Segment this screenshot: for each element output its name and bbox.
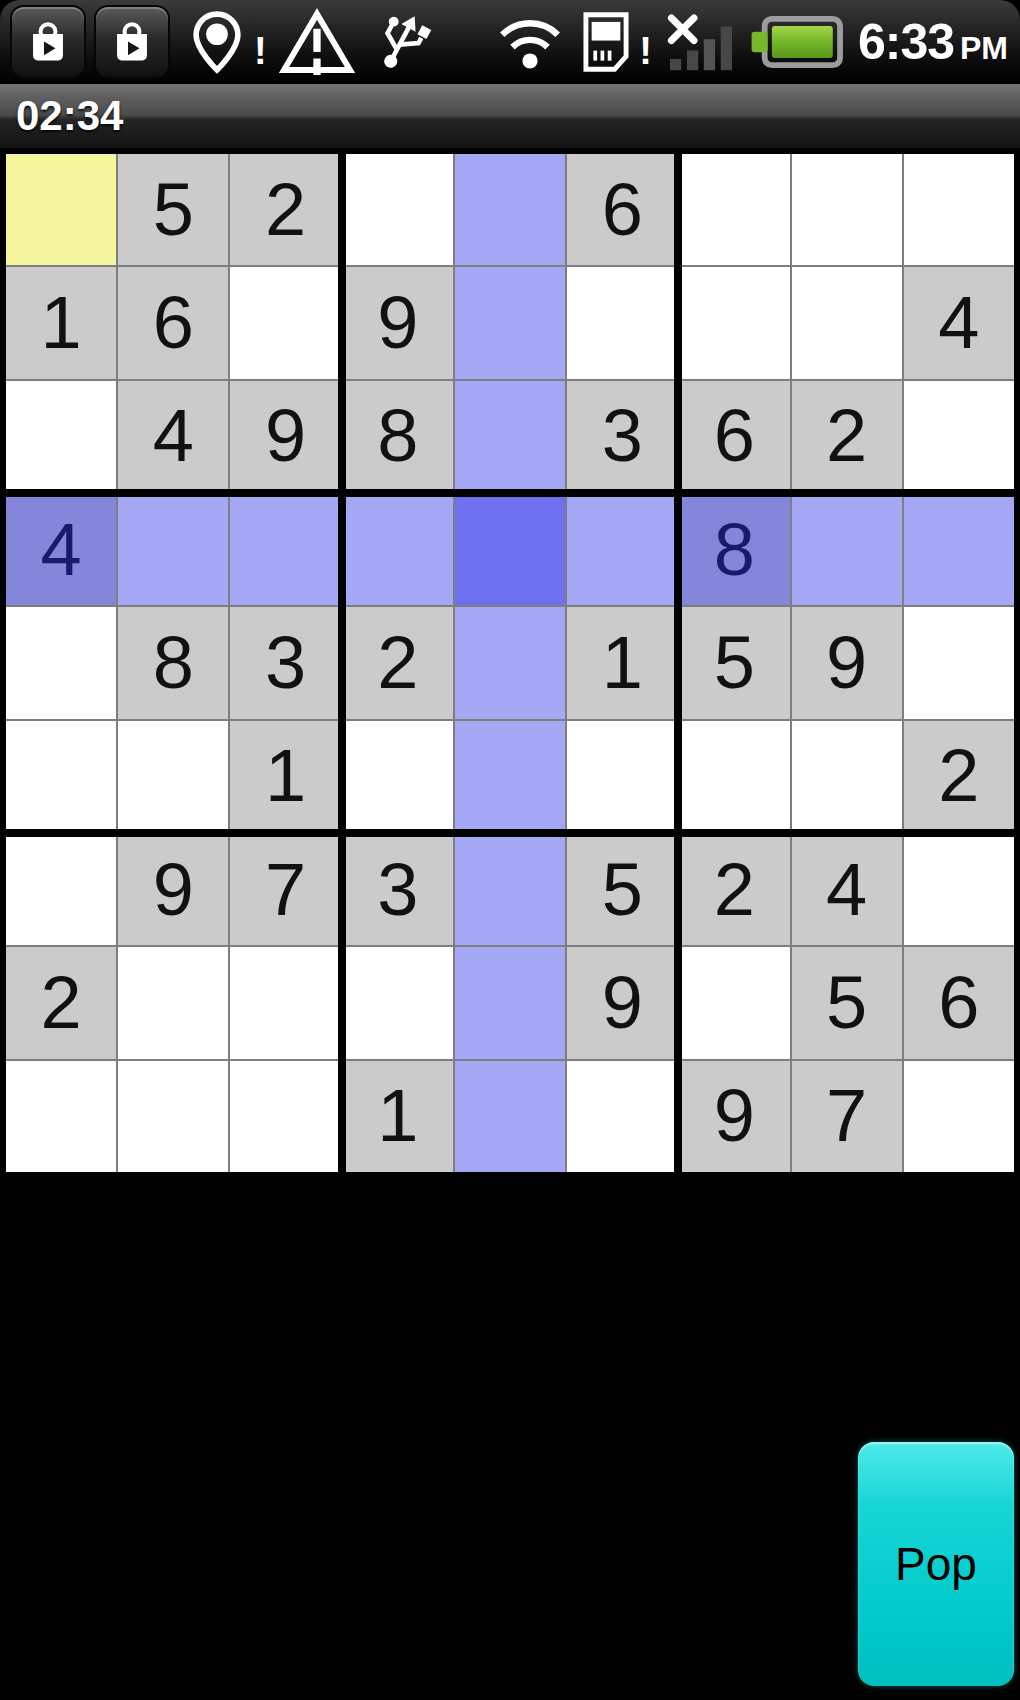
cell-r8c8[interactable]: 5 xyxy=(792,947,902,1058)
cell-r3c3[interactable]: 9 xyxy=(230,381,340,492)
cell-r2c2[interactable]: 6 xyxy=(118,267,228,378)
cell-r7c1[interactable] xyxy=(6,834,116,945)
shopping-bag-play-icon xyxy=(25,19,71,65)
cell-r3c6[interactable]: 3 xyxy=(567,381,677,492)
cell-r3c7[interactable]: 6 xyxy=(679,381,789,492)
cell-r9c9[interactable] xyxy=(904,1061,1014,1172)
cell-r7c6[interactable]: 5 xyxy=(567,834,677,945)
cell-r3c1[interactable] xyxy=(6,381,116,492)
cell-r2c5[interactable] xyxy=(455,267,565,378)
location-warning-bang: ! xyxy=(254,32,267,70)
cell-r8c1[interactable]: 2 xyxy=(6,947,116,1058)
cell-r8c4[interactable] xyxy=(343,947,453,1058)
wifi-icon xyxy=(495,12,565,72)
sim-warning-icon xyxy=(577,9,635,75)
cell-r1c2[interactable]: 5 xyxy=(118,154,228,265)
cell-r2c1[interactable]: 1 xyxy=(6,267,116,378)
clock-period: PM xyxy=(960,30,1008,67)
cell-r1c1[interactable] xyxy=(6,154,116,265)
cell-r2c9[interactable]: 4 xyxy=(904,267,1014,378)
cell-r3c9[interactable] xyxy=(904,381,1014,492)
cell-r5c7[interactable]: 5 xyxy=(679,607,789,718)
cell-r5c9[interactable] xyxy=(904,607,1014,718)
cell-r2c6[interactable] xyxy=(567,267,677,378)
cell-r9c2[interactable] xyxy=(118,1061,228,1172)
cell-r1c3[interactable]: 2 xyxy=(230,154,340,265)
cell-r6c5[interactable] xyxy=(455,721,565,832)
cell-r6c1[interactable] xyxy=(6,721,116,832)
cell-r7c7[interactable]: 2 xyxy=(679,834,789,945)
cell-r2c4[interactable]: 9 xyxy=(343,267,453,378)
box-divider-vertical xyxy=(338,154,346,1172)
pop-button[interactable]: Pop xyxy=(858,1442,1014,1686)
cell-r8c7[interactable] xyxy=(679,947,789,1058)
elapsed-time: 02:34 xyxy=(16,92,123,140)
cell-r8c5[interactable] xyxy=(455,947,565,1058)
cell-r1c5[interactable] xyxy=(455,154,565,265)
no-signal-icon xyxy=(664,11,738,73)
box-divider-vertical xyxy=(674,154,682,1172)
cell-r9c7[interactable]: 9 xyxy=(679,1061,789,1172)
cell-r7c8[interactable]: 4 xyxy=(792,834,902,945)
usb-icon xyxy=(357,0,444,86)
cell-r3c5[interactable] xyxy=(455,381,565,492)
location-pin-icon xyxy=(186,9,248,75)
cell-r2c7[interactable] xyxy=(679,267,789,378)
cell-r8c2[interactable] xyxy=(118,947,228,1058)
notification-icons: ! xyxy=(12,0,433,84)
sudoku-board[interactable]: 526169449836248832159129735242956197 xyxy=(0,148,1020,1178)
cell-r6c8[interactable] xyxy=(792,721,902,832)
cell-r5c6[interactable]: 1 xyxy=(567,607,677,718)
cell-r8c9[interactable]: 6 xyxy=(904,947,1014,1058)
battery-icon xyxy=(750,13,846,71)
cell-r2c8[interactable] xyxy=(792,267,902,378)
play-store-update-icon xyxy=(12,7,84,77)
cell-r9c5[interactable] xyxy=(455,1061,565,1172)
cell-r6c6[interactable] xyxy=(567,721,677,832)
cell-r6c4[interactable] xyxy=(343,721,453,832)
status-bar[interactable]: ! ! xyxy=(0,0,1020,84)
cell-r4c6[interactable] xyxy=(567,494,677,605)
cell-r3c2[interactable]: 4 xyxy=(118,381,228,492)
clock: 6:33 PM xyxy=(858,13,1008,71)
cell-r7c9[interactable] xyxy=(904,834,1014,945)
cell-r9c8[interactable]: 7 xyxy=(792,1061,902,1172)
cell-r6c9[interactable]: 2 xyxy=(904,721,1014,832)
cell-r5c5[interactable] xyxy=(455,607,565,718)
cell-r4c2[interactable] xyxy=(118,494,228,605)
play-store-update-icon xyxy=(96,7,168,77)
cell-r5c8[interactable]: 9 xyxy=(792,607,902,718)
cell-r9c1[interactable] xyxy=(6,1061,116,1172)
box-divider-horizontal xyxy=(6,829,1014,837)
cell-r3c4[interactable]: 8 xyxy=(343,381,453,492)
cell-r4c3[interactable] xyxy=(230,494,340,605)
cell-r7c4[interactable]: 3 xyxy=(343,834,453,945)
cell-r4c4[interactable] xyxy=(343,494,453,605)
shopping-bag-play-icon xyxy=(109,19,155,65)
cell-r1c6[interactable]: 6 xyxy=(567,154,677,265)
cell-r6c3[interactable]: 1 xyxy=(230,721,340,832)
cell-r9c4[interactable]: 1 xyxy=(343,1061,453,1172)
cell-r6c7[interactable] xyxy=(679,721,789,832)
cell-r8c3[interactable] xyxy=(230,947,340,1058)
sim-warning-bang: ! xyxy=(639,32,652,70)
cell-r5c1[interactable] xyxy=(6,607,116,718)
cell-r4c1[interactable]: 4 xyxy=(6,494,116,605)
cell-r7c3[interactable]: 7 xyxy=(230,834,340,945)
cell-r2c3[interactable] xyxy=(230,267,340,378)
cell-r6c2[interactable] xyxy=(118,721,228,832)
clock-time: 6:33 xyxy=(858,13,954,71)
cell-r7c2[interactable]: 9 xyxy=(118,834,228,945)
system-status-icons: ! 6:33 PM xyxy=(495,0,1008,84)
cell-r7c5[interactable] xyxy=(455,834,565,945)
cell-r9c6[interactable] xyxy=(567,1061,677,1172)
cell-r1c4[interactable] xyxy=(343,154,453,265)
cell-r1c8[interactable] xyxy=(792,154,902,265)
cell-r4c8[interactable] xyxy=(792,494,902,605)
cell-r5c2[interactable]: 8 xyxy=(118,607,228,718)
cell-r9c3[interactable] xyxy=(230,1061,340,1172)
cell-r1c9[interactable] xyxy=(904,154,1014,265)
cell-r5c3[interactable]: 3 xyxy=(230,607,340,718)
cell-r1c7[interactable] xyxy=(679,154,789,265)
cell-r4c9[interactable] xyxy=(904,494,1014,605)
cell-r3c8[interactable]: 2 xyxy=(792,381,902,492)
cell-r4c7[interactable]: 8 xyxy=(679,494,789,605)
cell-r5c4[interactable]: 2 xyxy=(343,607,453,718)
timer-bar: 02:34 xyxy=(0,84,1020,148)
cell-r4c5[interactable] xyxy=(455,494,565,605)
sudoku-grid: 526169449836248832159129735242956197 xyxy=(6,154,1014,1172)
box-divider-horizontal xyxy=(6,489,1014,497)
cell-r8c6[interactable]: 9 xyxy=(567,947,677,1058)
warning-triangle-icon xyxy=(279,7,355,77)
